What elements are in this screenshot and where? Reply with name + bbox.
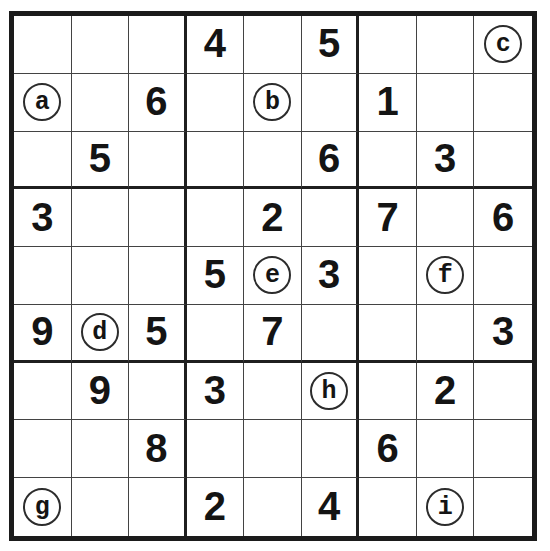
- cell-r3c3[interactable]: [129, 132, 187, 190]
- cell-r9c5[interactable]: [244, 478, 302, 536]
- circled-marker-h: h: [310, 372, 348, 410]
- cell-r3c9[interactable]: [474, 132, 532, 190]
- circled-marker-c: c: [484, 25, 522, 63]
- cell-r6c2[interactable]: d: [72, 305, 130, 363]
- cell-r6c8[interactable]: [417, 305, 475, 363]
- cell-r8c6[interactable]: [302, 420, 360, 478]
- cell-r2c7[interactable]: 1: [359, 74, 417, 132]
- cell-r4c3[interactable]: [129, 189, 187, 247]
- cell-r3c5[interactable]: [244, 132, 302, 190]
- given-digit: 3: [31, 197, 53, 237]
- given-digit: 6: [492, 197, 514, 237]
- cell-r5c3[interactable]: [129, 247, 187, 305]
- cell-r2c3[interactable]: 6: [129, 74, 187, 132]
- cell-r1c5[interactable]: [244, 16, 302, 74]
- cell-r1c2[interactable]: [72, 16, 130, 74]
- cell-r9c2[interactable]: [72, 478, 130, 536]
- cell-r2c6[interactable]: [302, 74, 360, 132]
- circled-marker-a: a: [23, 83, 61, 121]
- cell-r1c4[interactable]: 4: [187, 16, 245, 74]
- cell-r2c5[interactable]: b: [244, 74, 302, 132]
- cell-r8c8[interactable]: [417, 420, 475, 478]
- cell-r7c6[interactable]: h: [302, 363, 360, 421]
- cell-r4c2[interactable]: [72, 189, 130, 247]
- circled-marker-d: d: [81, 313, 119, 351]
- cell-r8c3[interactable]: 8: [129, 420, 187, 478]
- given-digit: 9: [31, 311, 53, 351]
- given-digit: 4: [318, 486, 340, 526]
- cell-r9c4[interactable]: 2: [187, 478, 245, 536]
- given-digit: 6: [376, 428, 398, 468]
- cell-r4c4[interactable]: [187, 189, 245, 247]
- cell-r5c4[interactable]: 5: [187, 247, 245, 305]
- given-digit: 6: [318, 138, 340, 178]
- cell-r5c2[interactable]: [72, 247, 130, 305]
- cell-r2c2[interactable]: [72, 74, 130, 132]
- cell-r4c1[interactable]: 3: [14, 189, 72, 247]
- cell-r6c9[interactable]: 3: [474, 305, 532, 363]
- given-digit: 7: [261, 311, 283, 351]
- cell-r6c7[interactable]: [359, 305, 417, 363]
- given-digit: 3: [318, 254, 340, 294]
- cell-r1c8[interactable]: [417, 16, 475, 74]
- cell-r8c1[interactable]: [14, 420, 72, 478]
- cell-r3c1[interactable]: [14, 132, 72, 190]
- circled-marker-b: b: [253, 83, 291, 121]
- cell-r9c8[interactable]: i: [417, 478, 475, 536]
- cell-r3c8[interactable]: 3: [417, 132, 475, 190]
- cell-r1c1[interactable]: [14, 16, 72, 74]
- cell-r9c7[interactable]: [359, 478, 417, 536]
- sudoku-page: 45ca6b156332765e3f9d57393h286g24i: [0, 0, 550, 551]
- circled-marker-i: i: [426, 488, 464, 526]
- cell-r7c1[interactable]: [14, 363, 72, 421]
- cell-r2c4[interactable]: [187, 74, 245, 132]
- given-digit: 3: [204, 370, 226, 410]
- cell-r1c7[interactable]: [359, 16, 417, 74]
- cell-r7c9[interactable]: [474, 363, 532, 421]
- cell-r7c5[interactable]: [244, 363, 302, 421]
- cell-r6c6[interactable]: [302, 305, 360, 363]
- circled-marker-f: f: [426, 256, 464, 294]
- cell-r5c5[interactable]: e: [244, 247, 302, 305]
- cell-r3c7[interactable]: [359, 132, 417, 190]
- cell-r5c8[interactable]: f: [417, 247, 475, 305]
- cell-r4c6[interactable]: [302, 189, 360, 247]
- circled-marker-g: g: [23, 488, 61, 526]
- given-digit: 5: [145, 311, 167, 351]
- cell-r9c9[interactable]: [474, 478, 532, 536]
- cell-r7c8[interactable]: 2: [417, 363, 475, 421]
- cell-r1c9[interactable]: c: [474, 16, 532, 74]
- given-digit: 2: [261, 197, 283, 237]
- sudoku-board: 45ca6b156332765e3f9d57393h286g24i: [9, 11, 537, 541]
- cell-r5c1[interactable]: [14, 247, 72, 305]
- cell-r3c2[interactable]: 5: [72, 132, 130, 190]
- given-digit: 8: [145, 428, 167, 468]
- cell-r3c6[interactable]: 6: [302, 132, 360, 190]
- given-digit: 3: [434, 138, 456, 178]
- cell-r9c6[interactable]: 4: [302, 478, 360, 536]
- cell-r8c7[interactable]: 6: [359, 420, 417, 478]
- given-digit: 9: [89, 370, 111, 410]
- circled-marker-e: e: [253, 256, 291, 294]
- cell-r8c4[interactable]: [187, 420, 245, 478]
- cell-r6c3[interactable]: 5: [129, 305, 187, 363]
- cell-r4c9[interactable]: 6: [474, 189, 532, 247]
- cell-r1c6[interactable]: 5: [302, 16, 360, 74]
- cell-r5c6[interactable]: 3: [302, 247, 360, 305]
- cell-r7c3[interactable]: [129, 363, 187, 421]
- given-digit: 2: [434, 370, 456, 410]
- cell-r8c5[interactable]: [244, 420, 302, 478]
- cell-r7c2[interactable]: 9: [72, 363, 130, 421]
- cell-r6c5[interactable]: 7: [244, 305, 302, 363]
- cell-r4c8[interactable]: [417, 189, 475, 247]
- cell-r9c1[interactable]: g: [14, 478, 72, 536]
- cell-r1c3[interactable]: [129, 16, 187, 74]
- cell-r2c9[interactable]: [474, 74, 532, 132]
- cell-r8c2[interactable]: [72, 420, 130, 478]
- given-digit: 5: [204, 254, 226, 294]
- cell-r8c9[interactable]: [474, 420, 532, 478]
- cell-r9c3[interactable]: [129, 478, 187, 536]
- given-digit: 4: [204, 23, 226, 63]
- cell-r5c7[interactable]: [359, 247, 417, 305]
- cell-r6c4[interactable]: [187, 305, 245, 363]
- cell-r4c5[interactable]: 2: [244, 189, 302, 247]
- given-digit: 3: [492, 311, 514, 351]
- cell-r2c1[interactable]: a: [14, 74, 72, 132]
- cell-r6c1[interactable]: 9: [14, 305, 72, 363]
- given-digit: 5: [318, 23, 340, 63]
- cell-r5c9[interactable]: [474, 247, 532, 305]
- given-digit: 6: [145, 81, 167, 121]
- given-digit: 5: [89, 138, 111, 178]
- cell-r3c4[interactable]: [187, 132, 245, 190]
- given-digit: 7: [376, 197, 398, 237]
- cell-r4c7[interactable]: 7: [359, 189, 417, 247]
- given-digit: 1: [376, 81, 398, 121]
- cell-r7c7[interactable]: [359, 363, 417, 421]
- given-digit: 2: [204, 486, 226, 526]
- cell-r7c4[interactable]: 3: [187, 363, 245, 421]
- cell-r2c8[interactable]: [417, 74, 475, 132]
